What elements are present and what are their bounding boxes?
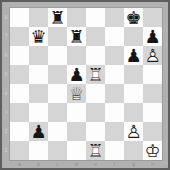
- square-d5[interactable]: ♟: [67, 65, 86, 84]
- square-f5[interactable]: [105, 65, 124, 84]
- square-g8[interactable]: ♚: [124, 8, 143, 27]
- square-c5[interactable]: [48, 65, 67, 84]
- square-c7[interactable]: [48, 27, 67, 46]
- file-label-c: c: [48, 160, 67, 168]
- black-queen-b7[interactable]: ♛: [29, 27, 48, 46]
- rank-label-6: 6: [2, 46, 10, 65]
- square-g1[interactable]: [124, 141, 143, 160]
- white-piece-outline: ♙: [124, 122, 143, 141]
- square-b8[interactable]: [29, 8, 48, 27]
- white-rook-e5[interactable]: ♜♖: [86, 65, 105, 84]
- square-d1[interactable]: [67, 141, 86, 160]
- square-e4[interactable]: [86, 84, 105, 103]
- square-c3[interactable]: [48, 103, 67, 122]
- square-c1[interactable]: [48, 141, 67, 160]
- square-f2[interactable]: [105, 122, 124, 141]
- white-pawn-h6[interactable]: ♟♙: [143, 46, 162, 65]
- black-pawn-d5[interactable]: ♟: [67, 65, 86, 84]
- square-a1[interactable]: [10, 141, 29, 160]
- rank-label-3: 3: [2, 103, 10, 122]
- square-e2[interactable]: [86, 122, 105, 141]
- rank-label-2: 2: [2, 122, 10, 141]
- square-a2[interactable]: [10, 122, 29, 141]
- file-label-e: e: [86, 160, 105, 168]
- rank-label-5: 5: [2, 65, 10, 84]
- white-rook-e1[interactable]: ♜♖: [86, 141, 105, 160]
- square-h8[interactable]: [143, 8, 162, 27]
- square-h6[interactable]: ♟♙: [143, 46, 162, 65]
- square-a7[interactable]: [10, 27, 29, 46]
- square-b5[interactable]: [29, 65, 48, 84]
- square-a4[interactable]: [10, 84, 29, 103]
- rank-label-4: 4: [2, 84, 10, 103]
- white-queen-d4[interactable]: ♛♕: [67, 84, 86, 103]
- square-b2[interactable]: ♟: [29, 122, 48, 141]
- square-b7[interactable]: ♛: [29, 27, 48, 46]
- square-h4[interactable]: [143, 84, 162, 103]
- square-c8[interactable]: ♜: [48, 8, 67, 27]
- square-h5[interactable]: [143, 65, 162, 84]
- square-a6[interactable]: [10, 46, 29, 65]
- square-c6[interactable]: [48, 46, 67, 65]
- square-d3[interactable]: [67, 103, 86, 122]
- square-h7[interactable]: ♟: [143, 27, 162, 46]
- black-rook-c8[interactable]: ♜: [48, 8, 67, 27]
- white-piece-outline: ♖: [86, 141, 105, 160]
- square-c4[interactable]: [48, 84, 67, 103]
- file-label-b: b: [29, 160, 48, 168]
- rank-label-8: 8: [2, 8, 10, 27]
- square-d6[interactable]: [67, 46, 86, 65]
- black-pawn-b2[interactable]: ♟: [29, 122, 48, 141]
- rank-label-1: 1: [2, 141, 10, 160]
- file-label-f: f: [105, 160, 124, 168]
- square-a3[interactable]: [10, 103, 29, 122]
- square-d2[interactable]: [67, 122, 86, 141]
- square-c2[interactable]: [48, 122, 67, 141]
- square-f6[interactable]: [105, 46, 124, 65]
- white-king-h1[interactable]: ♚♔: [143, 141, 162, 160]
- square-b4[interactable]: [29, 84, 48, 103]
- black-pawn-g6[interactable]: ♟: [124, 46, 143, 65]
- square-f4[interactable]: [105, 84, 124, 103]
- white-piece-outline: ♕: [67, 84, 86, 103]
- square-b1[interactable]: [29, 141, 48, 160]
- file-label-d: d: [67, 160, 86, 168]
- file-label-g: g: [124, 160, 143, 168]
- square-g5[interactable]: [124, 65, 143, 84]
- square-e6[interactable]: [86, 46, 105, 65]
- white-piece-outline: ♖: [86, 65, 105, 84]
- square-f8[interactable]: [105, 8, 124, 27]
- chess-board-frame: 87654321 ♜♚♛♜♟♟♟♙♟♜♖♛♕♟♟♙♜♖♚♔ abcdefgh: [0, 0, 170, 170]
- square-b3[interactable]: [29, 103, 48, 122]
- file-label-h: h: [143, 160, 162, 168]
- file-labels: abcdefgh: [10, 160, 162, 168]
- square-e5[interactable]: ♜♖: [86, 65, 105, 84]
- square-f3[interactable]: [105, 103, 124, 122]
- white-piece-outline: ♙: [143, 46, 162, 65]
- rank-label-7: 7: [2, 27, 10, 46]
- rank-labels: 87654321: [2, 8, 10, 160]
- chess-board: ♜♚♛♜♟♟♟♙♟♜♖♛♕♟♟♙♜♖♚♔: [10, 8, 162, 160]
- square-h1[interactable]: ♚♔: [143, 141, 162, 160]
- black-king-g8[interactable]: ♚: [124, 8, 143, 27]
- square-g6[interactable]: ♟: [124, 46, 143, 65]
- white-pawn-g2[interactable]: ♟♙: [124, 122, 143, 141]
- black-pawn-h7[interactable]: ♟: [143, 27, 162, 46]
- square-a5[interactable]: [10, 65, 29, 84]
- square-g2[interactable]: ♟♙: [124, 122, 143, 141]
- square-d4[interactable]: ♛♕: [67, 84, 86, 103]
- square-e1[interactable]: ♜♖: [86, 141, 105, 160]
- square-e8[interactable]: [86, 8, 105, 27]
- square-d7[interactable]: ♜: [67, 27, 86, 46]
- square-d8[interactable]: [67, 8, 86, 27]
- square-f7[interactable]: [105, 27, 124, 46]
- square-g4[interactable]: [124, 84, 143, 103]
- square-h3[interactable]: [143, 103, 162, 122]
- square-h2[interactable]: [143, 122, 162, 141]
- file-label-a: a: [10, 160, 29, 168]
- white-piece-outline: ♔: [143, 141, 162, 160]
- black-rook-d7[interactable]: ♜: [67, 27, 86, 46]
- square-g7[interactable]: [124, 27, 143, 46]
- square-e7[interactable]: [86, 27, 105, 46]
- square-a8[interactable]: [10, 8, 29, 27]
- square-f1[interactable]: [105, 141, 124, 160]
- square-b6[interactable]: [29, 46, 48, 65]
- square-e3[interactable]: [86, 103, 105, 122]
- square-g3[interactable]: [124, 103, 143, 122]
